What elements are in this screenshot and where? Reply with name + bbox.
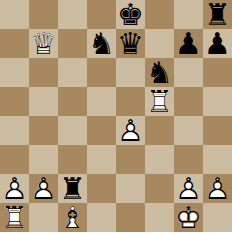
square-c8[interactable] [58,0,87,29]
square-d7[interactable]: ♞ [87,29,116,58]
piece-black-rook: ♜ [59,174,86,204]
square-b8[interactable] [29,0,58,29]
square-d4[interactable] [87,116,116,145]
piece-black-knight: ♞ [88,29,115,59]
piece-white-pawn: ♙ [117,116,144,146]
piece-black-knight: ♞ [146,58,173,88]
square-d5[interactable] [87,87,116,116]
square-d2[interactable] [87,174,116,203]
square-e5[interactable] [116,87,145,116]
piece-black-pawn: ♟ [204,29,231,59]
square-c6[interactable] [58,58,87,87]
square-b2[interactable]: ♙ [29,174,58,203]
square-b6[interactable] [29,58,58,87]
square-f4[interactable] [145,116,174,145]
square-b3[interactable] [29,145,58,174]
square-g3[interactable] [174,145,203,174]
square-d6[interactable] [87,58,116,87]
square-d3[interactable] [87,145,116,174]
piece-white-rook: ♖ [146,87,173,117]
piece-black-queen: ♛ [117,29,144,59]
square-e1[interactable] [116,203,145,232]
square-a7[interactable] [0,29,29,58]
piece-white-pawn: ♙ [30,174,57,204]
square-b5[interactable] [29,87,58,116]
piece-white-pawn: ♙ [1,174,28,204]
chess-board: ♚♜♕♞♛♟♟♞♖♙♙♙♜♙♙♖♗♔ [0,0,232,232]
square-e6[interactable] [116,58,145,87]
square-f3[interactable] [145,145,174,174]
square-b7[interactable]: ♕ [29,29,58,58]
square-d8[interactable] [87,0,116,29]
square-g8[interactable] [174,0,203,29]
square-e3[interactable] [116,145,145,174]
square-e8[interactable]: ♚ [116,0,145,29]
square-f5[interactable]: ♖ [145,87,174,116]
square-c3[interactable] [58,145,87,174]
square-g5[interactable] [174,87,203,116]
square-a2[interactable]: ♙ [0,174,29,203]
square-a1[interactable]: ♖ [0,203,29,232]
square-f7[interactable] [145,29,174,58]
piece-white-pawn: ♙ [175,174,202,204]
piece-white-rook: ♖ [1,203,28,233]
square-c4[interactable] [58,116,87,145]
square-g7[interactable]: ♟ [174,29,203,58]
piece-white-pawn: ♙ [204,174,231,204]
square-h6[interactable] [203,58,232,87]
square-f6[interactable]: ♞ [145,58,174,87]
square-a6[interactable] [0,58,29,87]
square-h3[interactable] [203,145,232,174]
square-a4[interactable] [0,116,29,145]
square-c2[interactable]: ♜ [58,174,87,203]
square-h7[interactable]: ♟ [203,29,232,58]
square-a8[interactable] [0,0,29,29]
square-h4[interactable] [203,116,232,145]
square-a5[interactable] [0,87,29,116]
square-f1[interactable] [145,203,174,232]
square-g1[interactable]: ♔ [174,203,203,232]
square-e7[interactable]: ♛ [116,29,145,58]
piece-white-king: ♔ [175,203,202,233]
square-a3[interactable] [0,145,29,174]
square-h8[interactable]: ♜ [203,0,232,29]
piece-white-bishop: ♗ [59,203,86,233]
square-b1[interactable] [29,203,58,232]
piece-white-queen: ♕ [30,29,57,59]
square-c5[interactable] [58,87,87,116]
square-g2[interactable]: ♙ [174,174,203,203]
square-d1[interactable] [87,203,116,232]
square-h2[interactable]: ♙ [203,174,232,203]
square-g4[interactable] [174,116,203,145]
square-g6[interactable] [174,58,203,87]
square-f8[interactable] [145,0,174,29]
square-e2[interactable] [116,174,145,203]
square-b4[interactable] [29,116,58,145]
square-h5[interactable] [203,87,232,116]
square-h1[interactable] [203,203,232,232]
square-e4[interactable]: ♙ [116,116,145,145]
square-c1[interactable]: ♗ [58,203,87,232]
square-f2[interactable] [145,174,174,203]
square-c7[interactable] [58,29,87,58]
piece-black-pawn: ♟ [175,29,202,59]
